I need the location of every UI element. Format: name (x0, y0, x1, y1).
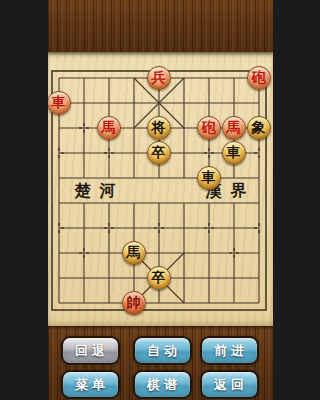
piece-black-horse[interactable]: 馬 (122, 241, 146, 265)
back-button[interactable]: 返回 (200, 370, 259, 399)
piece-red-cannon[interactable]: 砲 (197, 116, 221, 140)
record-button[interactable]: 棋谱 (133, 370, 192, 399)
piece-red-horse[interactable]: 馬 (97, 116, 121, 140)
piece-black-chariot[interactable]: 車 (222, 141, 246, 165)
undo-button[interactable]: 回退 (61, 336, 120, 365)
piece-black-chariot[interactable]: 車 (197, 166, 221, 190)
piece-black-elephant[interactable]: 象 (247, 116, 271, 140)
river-label-left: 楚河 (75, 179, 125, 203)
piece-red-chariot[interactable]: 車 (48, 91, 71, 115)
xiangqi-board[interactable]: 楚河 漢界 兵砲車馬将砲馬象卒車車馬卒帥 (48, 52, 273, 326)
forward-button[interactable]: 前进 (200, 336, 259, 365)
piece-red-horse[interactable]: 馬 (222, 116, 246, 140)
piece-black-soldier[interactable]: 卒 (147, 266, 171, 290)
piece-black-soldier[interactable]: 卒 (147, 141, 171, 165)
auto-button[interactable]: 自动 (133, 336, 192, 365)
piece-red-soldier[interactable]: 兵 (147, 66, 171, 90)
piece-red-cannon[interactable]: 砲 (247, 66, 271, 90)
top-wood-panel (48, 0, 273, 52)
menu-button[interactable]: 菜单 (61, 370, 120, 399)
piece-red-general[interactable]: 帥 (122, 291, 146, 315)
bottom-toolbar: 回退自动前进菜单棋谱返回 (48, 326, 273, 400)
app-screen: 楚河 漢界 兵砲車馬将砲馬象卒車車馬卒帥 回退自动前进菜单棋谱返回 (48, 0, 273, 400)
piece-black-general[interactable]: 将 (147, 116, 171, 140)
